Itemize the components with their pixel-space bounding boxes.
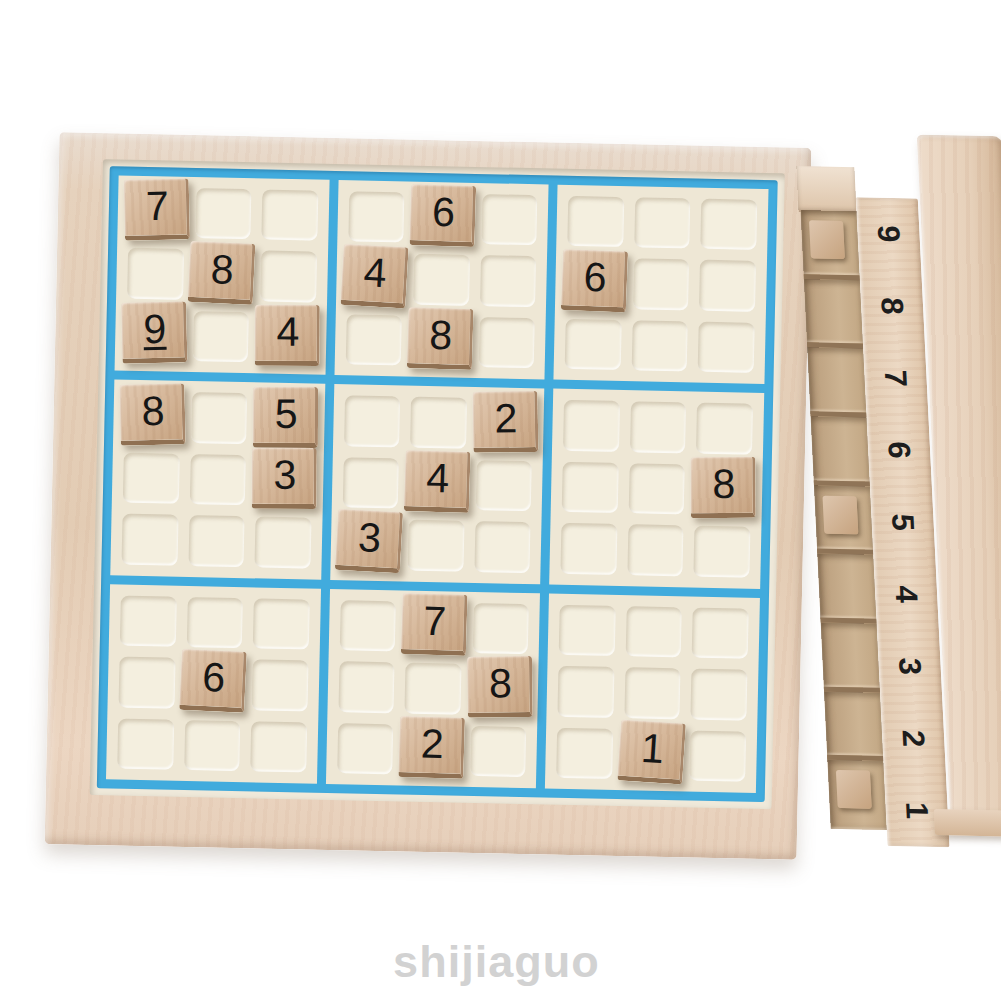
sudoku-cell[interactable] [191,392,248,444]
drawer-tray-slot[interactable] [827,760,886,830]
sudoku-cell[interactable] [252,659,309,711]
tile-number: 2 [420,723,444,765]
sudoku-cell[interactable] [117,718,174,770]
sudoku-block: 7894 [115,175,330,375]
drawer-slot-number: 1 [898,802,935,820]
drawer-slot-number: 6 [881,441,918,459]
sudoku-cell[interactable]: 4 [259,312,316,364]
drawer-tray-slot[interactable] [807,348,866,418]
drawer-slot-label: 7 [863,341,929,414]
drawer-slot-number: 9 [870,225,907,243]
number-tile[interactable]: 7 [401,593,468,656]
tile-number: 4 [363,251,388,293]
sudoku-block: 648 [334,180,549,380]
sudoku-cell[interactable] [405,663,462,715]
drawer-tray-slot[interactable] [817,554,876,624]
sudoku-cell[interactable]: 2 [477,398,534,450]
tile-number: 2 [494,398,517,439]
sudoku-cell[interactable]: 6 [185,658,242,710]
sudoku-cell[interactable]: 7 [128,187,185,239]
sudoku-cell[interactable]: 3 [341,518,398,570]
sudoku-cell[interactable] [480,255,537,307]
sudoku-cell[interactable] [627,524,684,576]
loose-tile[interactable] [836,770,872,809]
sudoku-block: 853 [110,380,325,580]
sudoku-cell[interactable] [474,521,531,573]
drawer-slot-number: 7 [877,369,914,387]
sudoku-cell[interactable] [338,661,395,713]
sudoku-cell[interactable] [472,603,529,655]
number-tile[interactable]: 1 [617,719,686,785]
drawer-slot-label: 9 [856,197,922,270]
sudoku-block: 1 [545,593,760,793]
tile-number: 1 [639,727,664,769]
drawer-slot-label: 6 [866,414,932,487]
sudoku-cell[interactable] [568,196,625,248]
sudoku-cell[interactable] [337,723,394,775]
sudoku-cell[interactable] [339,600,396,652]
sudoku-cell[interactable] [629,463,686,515]
sudoku-cell[interactable] [565,319,622,371]
tile-number: 4 [426,457,450,499]
drawer-tray-slot[interactable] [811,416,870,486]
product-photo: 78946486853243867821 987654321 shijiaguo [0,0,1001,1001]
number-tile[interactable]: 2 [472,390,538,452]
sudoku-cell[interactable] [127,248,184,300]
sudoku-cell[interactable] [478,317,535,369]
drawer-panel-foot [934,809,1001,837]
loose-tile[interactable] [822,495,858,534]
number-tile[interactable]: 7 [123,179,190,242]
sudoku-cell[interactable] [408,520,465,572]
sudoku-cell[interactable] [413,254,470,306]
number-tile[interactable]: 4 [404,450,471,513]
sudoku-cell[interactable] [701,199,758,251]
loose-tile[interactable] [809,220,845,259]
tile-number: 8 [210,248,235,290]
tile-number: 4 [276,312,299,353]
sudoku-cell[interactable] [122,514,179,566]
number-tile[interactable]: 4 [254,305,319,367]
number-tile[interactable]: 8 [119,383,186,446]
sudoku-cell[interactable] [192,311,249,363]
number-tile[interactable]: 9 [121,301,188,364]
sudoku-cell[interactable] [699,260,756,312]
sudoku-cell[interactable] [345,314,402,366]
sudoku-cell[interactable] [189,454,246,506]
sudoku-cell[interactable] [694,526,751,578]
tile-number: 6 [202,657,227,699]
drawer-slot-number: 2 [895,730,932,748]
tile-number: 6 [431,192,455,234]
sudoku-cell[interactable] [632,320,689,372]
sudoku-cell[interactable] [120,595,177,647]
drawer-slot-number: 4 [888,585,925,603]
number-tile[interactable]: 6 [561,249,629,313]
number-tile[interactable]: 8 [188,241,256,305]
drawer-tray-slot[interactable] [804,279,863,349]
sudoku-cell[interactable]: 2 [403,724,460,776]
sudoku-cell[interactable] [470,725,527,777]
sudoku-cell[interactable]: 8 [695,464,752,516]
number-tile[interactable]: 4 [341,244,410,309]
sudoku-cell[interactable] [184,719,241,771]
sudoku-cell[interactable] [195,188,252,240]
sudoku-cell[interactable] [255,517,312,569]
drawer-slot-label: 3 [877,630,943,703]
number-tile[interactable]: 3 [335,509,404,574]
sudoku-cell[interactable] [475,460,532,512]
sudoku-cell[interactable]: 7 [406,601,463,653]
drawer-slot-label: 2 [881,702,947,775]
sudoku-cell[interactable] [634,197,691,249]
drawer-slot-number: 5 [884,513,921,531]
drawer-tray-end [796,166,856,213]
sudoku-cell[interactable] [556,727,613,779]
number-tile[interactable]: 3 [251,448,316,510]
sudoku-cell[interactable] [690,730,747,782]
sudoku-cell[interactable]: 3 [256,455,313,507]
number-tile[interactable]: 2 [398,716,465,779]
sudoku-cell[interactable] [561,523,618,575]
sudoku-cell[interactable]: 4 [347,253,404,305]
drawer-slot-label: 5 [870,486,936,559]
sudoku-cell[interactable] [481,194,538,246]
tile-number: 9 [143,309,167,351]
sudoku-cell[interactable]: 4 [409,458,466,510]
drawer-tray-slot[interactable] [824,691,883,761]
number-tile[interactable]: 5 [253,386,318,448]
tile-number: 8 [429,315,453,357]
number-tile[interactable]: 8 [467,656,533,718]
watermark-text: shijiaguo [393,936,600,988]
sudoku-cell[interactable] [630,402,687,454]
sudoku-cell[interactable] [692,607,749,659]
sudoku-cell[interactable] [186,597,243,649]
sudoku-cell[interactable] [558,666,615,718]
sudoku-block: 8 [550,389,765,589]
sudoku-cell[interactable] [119,657,176,709]
sudoku-cell[interactable]: 8 [412,316,469,368]
sudoku-cell[interactable] [410,397,467,449]
drawer-tray-slot[interactable] [814,485,873,555]
sudoku-block: 6 [554,185,769,385]
tile-number: 6 [583,256,607,298]
number-tile[interactable]: 6 [409,184,476,247]
sudoku-cell[interactable] [633,259,690,311]
sudoku-cell[interactable] [123,452,180,504]
number-tile[interactable]: 6 [179,649,247,713]
sudoku-board: 78946486853243867821 [45,132,812,860]
number-tile[interactable]: 8 [691,457,757,519]
sudoku-cell[interactable] [691,669,748,721]
drawer-tray-slot[interactable] [821,623,880,693]
sudoku-cell[interactable] [253,598,310,650]
drawer-slot-number: 8 [874,297,911,315]
sudoku-cell[interactable]: 1 [623,729,680,781]
tile-number: 8 [141,390,165,432]
tile-number: 8 [712,464,735,505]
sudoku-cell[interactable] [559,604,616,656]
sudoku-cell[interactable] [188,515,245,567]
sudoku-cell[interactable] [342,457,399,509]
sudoku-cell[interactable] [348,191,405,243]
tile-drawer[interactable]: 987654321 [797,138,1001,859]
drawer-slot-number: 3 [891,657,928,675]
sudoku-cell[interactable] [562,462,619,514]
sudoku-cell[interactable] [250,721,307,773]
tile-number: 7 [145,186,169,228]
sudoku-cell[interactable]: 6 [414,193,471,245]
drawer-slot-label: 8 [859,269,925,342]
sudoku-cell[interactable]: 8 [471,664,528,716]
sudoku-cell[interactable] [624,667,681,719]
tile-number: 3 [273,454,296,495]
number-tile[interactable]: 8 [407,307,474,370]
sudoku-cell[interactable]: 8 [124,391,181,443]
sudoku-block: 6 [106,584,321,784]
sudoku-cell[interactable] [260,251,317,303]
sudoku-grid: 78946486853243867821 [97,166,778,802]
sudoku-cell[interactable] [698,322,755,374]
drawer-slot-label: 4 [873,558,939,631]
tile-number: 5 [275,393,298,434]
sudoku-block: 782 [326,589,541,789]
sudoku-block: 243 [330,384,545,584]
drawer-tray-slot[interactable] [801,210,860,280]
sudoku-cell[interactable]: 5 [257,394,314,446]
tile-number: 8 [488,663,511,704]
tile-number: 7 [423,600,447,642]
sudoku-cell[interactable] [344,396,401,448]
tile-number: 3 [358,517,383,559]
board-surface: 78946486853243867821 [90,159,785,809]
sudoku-cell[interactable]: 6 [566,257,623,309]
sudoku-cell[interactable]: 9 [126,310,183,362]
sudoku-cell[interactable]: 8 [194,249,251,301]
sudoku-cell[interactable] [563,400,620,452]
sudoku-cell[interactable] [696,403,753,455]
sudoku-cell[interactable] [626,606,683,658]
sudoku-cell[interactable] [261,189,318,241]
